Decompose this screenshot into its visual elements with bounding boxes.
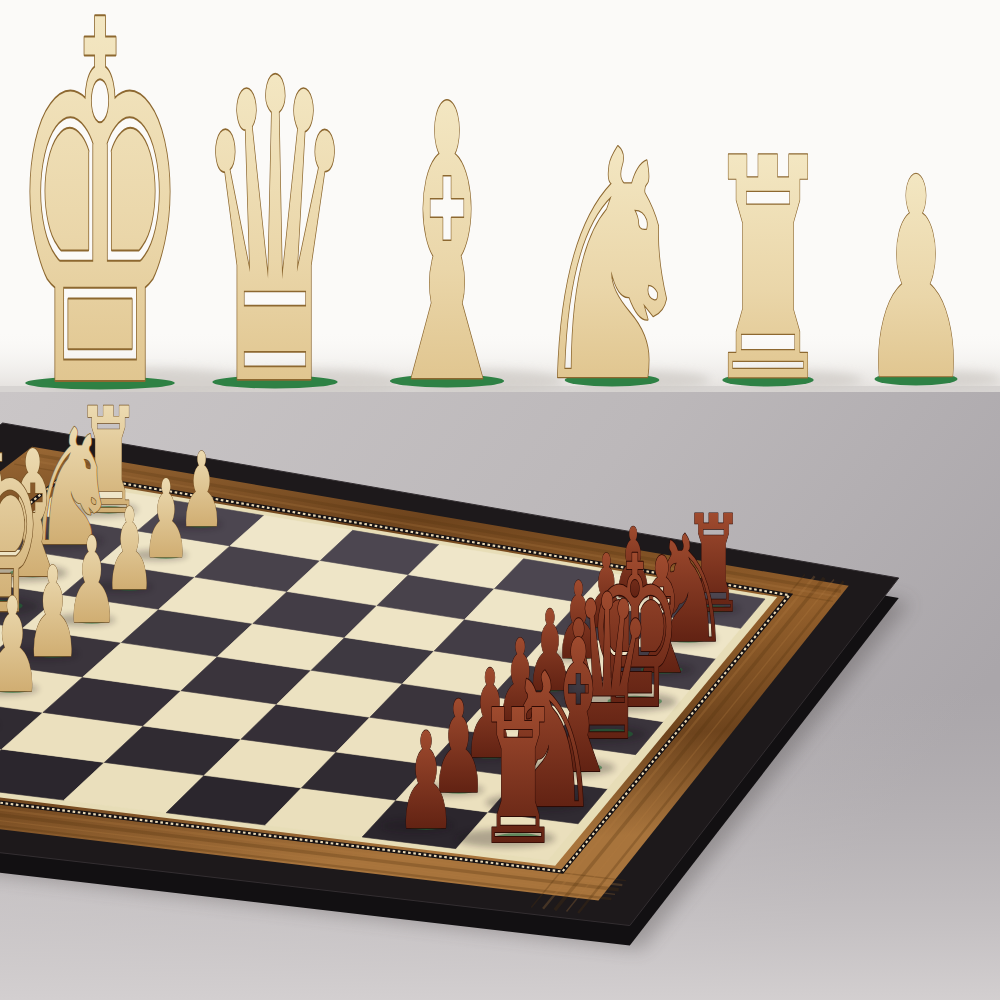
- board-canvas: ♜♟♞♟♝♟♟♚♜♟♟♞♛♟♟♝♝♟♟♚♞♟♟♛♟♟♝♟♞♟♜: [0, 392, 1000, 1000]
- piece-red-p: ♟: [396, 704, 456, 860]
- lineup-piece-queen: ♛: [196, 0, 353, 392]
- piece-white-p: ♟: [0, 600, 1, 761]
- piece-white-p: ♟: [0, 570, 42, 722]
- lineup-piece-rook: ♜: [705, 94, 831, 392]
- board-photo: ♜♟♞♟♝♟♟♚♜♟♟♞♛♟♟♝♝♟♟♚♞♟♟♛♟♟♝♟♞♟♜: [0, 392, 1000, 1000]
- piece-red-r: ♜: [477, 670, 560, 886]
- piece-lineup-canvas: ♚♛♝♞♜♟: [0, 0, 1000, 392]
- lineup-piece-king: ♚: [11, 0, 190, 392]
- chess-set-photo: ♚♛♝♞♜♟ ♜♟♞♟♝♟♟♚♜♟♟♞♛♟♟♝♝♟♟♚♞♟♟♛♟♟♝♟♞♟♜: [0, 0, 1000, 1000]
- piece-lineup-photo: ♚♛♝♞♜♟: [0, 0, 1000, 392]
- lineup-piece-bishop: ♝: [379, 25, 515, 392]
- lineup-piece-knight: ♞: [527, 84, 697, 392]
- lineup-piece-pawn: ♟: [860, 119, 972, 392]
